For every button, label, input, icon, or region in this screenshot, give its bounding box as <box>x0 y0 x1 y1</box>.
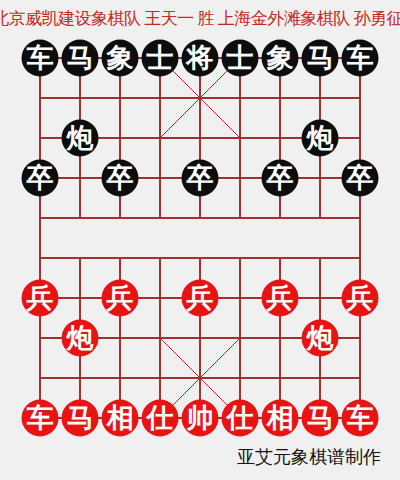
piece-red-horse[interactable]: 马 <box>302 400 339 437</box>
piece-red-cannon[interactable]: 炮 <box>302 320 339 357</box>
piece-red-general[interactable]: 帅 <box>182 400 219 437</box>
piece-red-chariot[interactable]: 车 <box>22 400 59 437</box>
piece-red-soldier[interactable]: 兵 <box>262 280 299 317</box>
piece-black-advisor[interactable]: 士 <box>222 40 259 77</box>
piece-black-horse[interactable]: 马 <box>302 40 339 77</box>
piece-red-advisor[interactable]: 仕 <box>222 400 259 437</box>
piece-red-elephant[interactable]: 相 <box>262 400 299 437</box>
piece-red-elephant[interactable]: 相 <box>102 400 139 437</box>
xiangqi-diagram: 北京威凯建设象棋队 王天一 胜 上海金外滩象棋队 孙勇征 <box>0 0 400 480</box>
piece-black-soldier[interactable]: 卒 <box>182 160 219 197</box>
piece-black-chariot[interactable]: 车 <box>22 40 59 77</box>
piece-red-chariot[interactable]: 车 <box>342 400 379 437</box>
piece-red-horse[interactable]: 马 <box>62 400 99 437</box>
piece-black-soldier[interactable]: 卒 <box>22 160 59 197</box>
piece-red-soldier[interactable]: 兵 <box>102 280 139 317</box>
piece-red-soldier[interactable]: 兵 <box>342 280 379 317</box>
piece-black-general[interactable]: 将 <box>182 40 219 77</box>
piece-black-chariot[interactable]: 车 <box>342 40 379 77</box>
piece-black-elephant[interactable]: 象 <box>102 40 139 77</box>
credit-text: 亚艾元象棋谱制作 <box>237 445 381 469</box>
piece-black-cannon[interactable]: 炮 <box>62 120 99 157</box>
piece-black-soldier[interactable]: 卒 <box>342 160 379 197</box>
piece-black-horse[interactable]: 马 <box>62 40 99 77</box>
board-pieces-layer: 车马象士将士象马车炮炮卒卒卒卒卒兵兵兵兵兵炮炮车马相仕帅仕相马车 <box>0 0 400 480</box>
piece-red-soldier[interactable]: 兵 <box>22 280 59 317</box>
piece-black-soldier[interactable]: 卒 <box>102 160 139 197</box>
piece-black-advisor[interactable]: 士 <box>142 40 179 77</box>
piece-black-soldier[interactable]: 卒 <box>262 160 299 197</box>
piece-red-cannon[interactable]: 炮 <box>62 320 99 357</box>
piece-red-soldier[interactable]: 兵 <box>182 280 219 317</box>
piece-black-elephant[interactable]: 象 <box>262 40 299 77</box>
piece-black-cannon[interactable]: 炮 <box>302 120 339 157</box>
piece-red-advisor[interactable]: 仕 <box>142 400 179 437</box>
